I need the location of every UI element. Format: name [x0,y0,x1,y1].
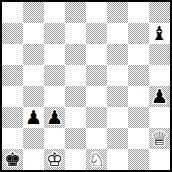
square-b2[interactable] [23,128,44,149]
square-b1[interactable] [23,149,44,170]
piece-black-pawn[interactable]: ♟♟ [44,107,65,128]
square-h5[interactable] [149,65,170,86]
square-c6[interactable] [44,44,65,65]
square-g1[interactable] [128,149,149,170]
square-e7[interactable] [86,23,107,44]
square-g2[interactable] [128,128,149,149]
chess-board: ♝♝♟♟♟♟♟♟♛♕♚♚♚♔♞♘ [2,2,170,170]
square-f6[interactable] [107,44,128,65]
piece-glyph: ♟ [151,87,168,106]
square-e8[interactable] [86,2,107,23]
square-f3[interactable] [107,107,128,128]
piece-black-bishop[interactable]: ♝♝ [149,23,170,44]
piece-white-knight[interactable]: ♞♘ [86,149,107,170]
square-b4[interactable] [23,86,44,107]
square-g8[interactable] [128,2,149,23]
square-d3[interactable] [65,107,86,128]
square-e6[interactable] [86,44,107,65]
square-g4[interactable] [128,86,149,107]
square-g5[interactable] [128,65,149,86]
piece-black-pawn[interactable]: ♟♟ [149,86,170,107]
square-c7[interactable] [44,23,65,44]
square-h4[interactable]: ♟♟ [149,86,170,107]
square-a2[interactable] [2,128,23,149]
square-g6[interactable] [128,44,149,65]
square-a8[interactable] [2,2,23,23]
square-h2[interactable]: ♛♕ [149,128,170,149]
square-e4[interactable] [86,86,107,107]
square-h8[interactable] [149,2,170,23]
square-h3[interactable] [149,107,170,128]
square-c4[interactable] [44,86,65,107]
piece-glyph: ♚ [4,150,21,169]
square-e2[interactable] [86,128,107,149]
square-h7[interactable]: ♝♝ [149,23,170,44]
piece-white-king[interactable]: ♚♔ [44,149,65,170]
square-a7[interactable] [2,23,23,44]
square-a5[interactable] [2,65,23,86]
chess-board-frame: ♝♝♟♟♟♟♟♟♛♕♚♚♚♔♞♘ [0,0,172,172]
piece-glyph: ♟ [25,108,42,127]
square-f1[interactable] [107,149,128,170]
square-f4[interactable] [107,86,128,107]
square-e5[interactable] [86,65,107,86]
square-b7[interactable] [23,23,44,44]
square-e1[interactable]: ♞♘ [86,149,107,170]
square-c5[interactable] [44,65,65,86]
piece-black-king[interactable]: ♚♚ [2,149,23,170]
square-e3[interactable] [86,107,107,128]
square-d6[interactable] [65,44,86,65]
piece-glyph: ♘ [88,150,105,169]
square-g7[interactable] [128,23,149,44]
square-f8[interactable] [107,2,128,23]
square-d7[interactable] [65,23,86,44]
square-h1[interactable] [149,149,170,170]
square-b8[interactable] [23,2,44,23]
square-a3[interactable] [2,107,23,128]
square-c2[interactable] [44,128,65,149]
square-c8[interactable] [44,2,65,23]
square-f5[interactable] [107,65,128,86]
square-b6[interactable] [23,44,44,65]
square-b5[interactable] [23,65,44,86]
square-d2[interactable] [65,128,86,149]
square-a4[interactable] [2,86,23,107]
piece-glyph: ♔ [46,150,63,169]
square-a1[interactable]: ♚♚ [2,149,23,170]
piece-glyph: ♟ [46,108,63,127]
piece-black-pawn[interactable]: ♟♟ [23,107,44,128]
square-d1[interactable] [65,149,86,170]
square-f7[interactable] [107,23,128,44]
piece-white-queen[interactable]: ♛♕ [149,128,170,149]
square-h6[interactable] [149,44,170,65]
piece-glyph: ♝ [151,24,168,43]
piece-glyph: ♕ [151,129,168,148]
square-d5[interactable] [65,65,86,86]
square-d8[interactable] [65,2,86,23]
square-b3[interactable]: ♟♟ [23,107,44,128]
square-c1[interactable]: ♚♔ [44,149,65,170]
square-f2[interactable] [107,128,128,149]
square-g3[interactable] [128,107,149,128]
square-a6[interactable] [2,44,23,65]
square-d4[interactable] [65,86,86,107]
square-c3[interactable]: ♟♟ [44,107,65,128]
